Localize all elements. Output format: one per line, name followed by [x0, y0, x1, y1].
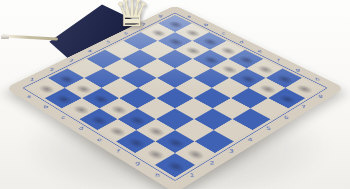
rank-label-5: 5 [103, 36, 114, 49]
file-label-b: b [194, 23, 218, 28]
file-label-a: a [177, 14, 201, 19]
file-label-c: c [211, 31, 236, 36]
chess-board-scene: abcdefgh abcdefgh 87654321 87654321 ♜♞♝♚… [0, 0, 350, 189]
white-pawn-glyph: ♟ [255, 73, 316, 99]
black-rook-glyph: ♜ [140, 130, 206, 166]
file-label-e: e [247, 49, 272, 54]
pieces-layer: ♜♞♝♚♛♝♞♜♟♟♟♟♟♟♟♟♟♟♟♟♟♟♟♟♜♞♝♚♛♝♞♜ [28, 15, 322, 177]
spare-white-queen[interactable]: ♛ [114, 0, 150, 32]
rank-label-4: 4 [85, 45, 96, 58]
product-photo-stage: abcdefgh abcdefgh 87654321 87654321 ♜♞♝♚… [0, 0, 350, 189]
board-mat: abcdefgh abcdefgh 87654321 87654321 ♜♞♝♚… [5, 5, 344, 189]
file-label-d: d [229, 40, 254, 45]
rank-label-8: 8 [156, 11, 165, 23]
